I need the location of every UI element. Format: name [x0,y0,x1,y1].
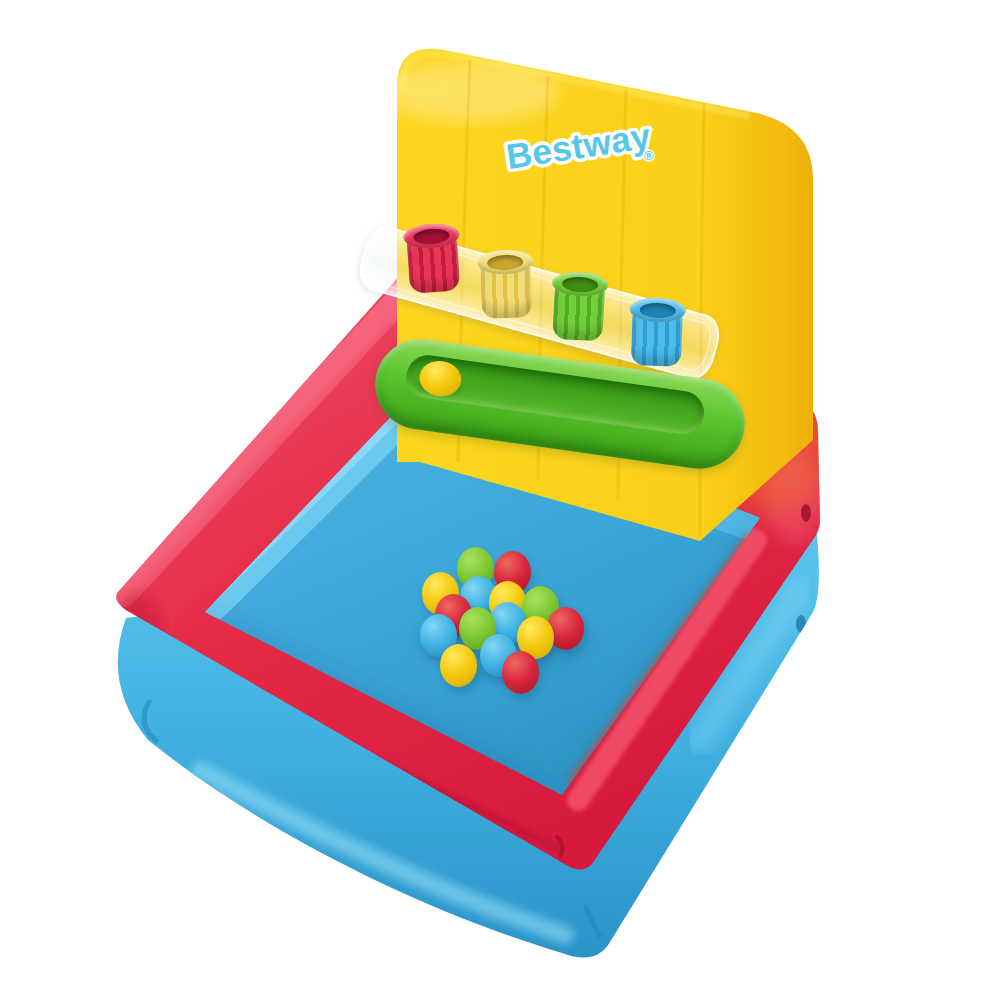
product-photo: Bestway ® [0,0,1000,1000]
ring-valve [801,504,811,522]
blue-cup [628,297,686,367]
green-cup [549,271,608,342]
base-valve [796,615,806,633]
red-cup [403,222,464,294]
play-ball-yellow [440,644,477,687]
play-ball-red [502,651,539,694]
pool-structure: Bestway ® [0,0,1000,1000]
yellow-cup [477,249,535,319]
